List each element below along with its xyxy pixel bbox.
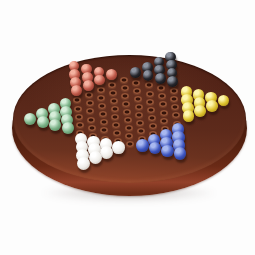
board-hole[interactable] bbox=[86, 100, 94, 106]
board-hole[interactable] bbox=[100, 127, 108, 133]
board-hole[interactable] bbox=[159, 101, 167, 107]
board-hole[interactable] bbox=[158, 93, 166, 99]
board-hole[interactable] bbox=[99, 111, 107, 117]
board-hole[interactable] bbox=[125, 133, 133, 139]
chinese-checkers-board-photo bbox=[0, 0, 255, 255]
board-hole[interactable] bbox=[100, 119, 108, 125]
board-hole[interactable] bbox=[76, 122, 84, 128]
marble-red[interactable] bbox=[71, 85, 82, 96]
board-hole[interactable] bbox=[137, 128, 145, 134]
marble-white[interactable] bbox=[89, 151, 102, 164]
board-hole[interactable] bbox=[120, 77, 128, 83]
board-hole[interactable] bbox=[124, 117, 132, 123]
marble-red[interactable] bbox=[83, 80, 94, 91]
board-hole[interactable] bbox=[171, 104, 179, 110]
board-hole[interactable] bbox=[134, 96, 142, 102]
board-hole[interactable] bbox=[108, 82, 116, 88]
marble-yellow[interactable] bbox=[206, 100, 218, 112]
board-hole[interactable] bbox=[97, 87, 105, 93]
board-hole[interactable] bbox=[113, 130, 121, 136]
board-hole[interactable] bbox=[86, 108, 94, 114]
marble-blue[interactable] bbox=[161, 145, 174, 158]
board-hole[interactable] bbox=[111, 114, 119, 120]
board-hole[interactable] bbox=[121, 93, 129, 99]
marble-black[interactable] bbox=[155, 73, 166, 84]
board-hole[interactable] bbox=[73, 97, 81, 103]
board-hole[interactable] bbox=[170, 88, 178, 94]
board-hole[interactable] bbox=[98, 103, 106, 109]
board-hole[interactable] bbox=[110, 98, 118, 104]
marble-green[interactable] bbox=[37, 116, 49, 128]
board-hole[interactable] bbox=[111, 106, 119, 112]
marble-blue[interactable] bbox=[136, 139, 149, 152]
marble-green[interactable] bbox=[49, 119, 61, 131]
board-hole[interactable] bbox=[88, 125, 96, 131]
marble-black[interactable] bbox=[143, 70, 154, 81]
board-hole[interactable] bbox=[126, 141, 134, 147]
marble-white[interactable] bbox=[112, 141, 125, 154]
board-hole[interactable] bbox=[112, 122, 120, 128]
marble-white[interactable] bbox=[100, 146, 113, 159]
board-hole[interactable] bbox=[125, 125, 133, 131]
marble-green[interactable] bbox=[62, 122, 74, 134]
marble-blue[interactable] bbox=[174, 147, 187, 160]
board-hole[interactable] bbox=[109, 90, 117, 96]
board-hole[interactable] bbox=[133, 88, 141, 94]
board-hole[interactable] bbox=[74, 106, 82, 112]
board-hole[interactable] bbox=[135, 112, 143, 118]
marble-black[interactable] bbox=[130, 67, 141, 78]
board-hole[interactable] bbox=[132, 80, 140, 86]
board-hole[interactable] bbox=[147, 107, 155, 113]
marble-black[interactable] bbox=[167, 76, 178, 87]
board-hole[interactable] bbox=[85, 92, 93, 98]
board-hole[interactable] bbox=[157, 85, 165, 91]
board-hole[interactable] bbox=[136, 120, 144, 126]
board-hole[interactable] bbox=[149, 123, 157, 129]
marble-yellow[interactable] bbox=[194, 105, 206, 117]
marble-red[interactable] bbox=[94, 75, 105, 86]
board-hole[interactable] bbox=[146, 91, 154, 97]
board-hole[interactable] bbox=[123, 109, 131, 115]
board-hole[interactable] bbox=[160, 110, 168, 116]
marble-yellow[interactable] bbox=[183, 110, 195, 122]
board-hole[interactable] bbox=[122, 101, 130, 107]
board-hole[interactable] bbox=[148, 115, 156, 121]
board-hole[interactable] bbox=[135, 104, 143, 110]
board-hole[interactable] bbox=[75, 114, 83, 120]
board-hole[interactable] bbox=[160, 118, 168, 124]
board-hole[interactable] bbox=[87, 117, 95, 123]
board-hole[interactable] bbox=[145, 82, 153, 88]
marble-white[interactable] bbox=[77, 157, 90, 170]
board-hole[interactable] bbox=[172, 112, 180, 118]
marble-yellow[interactable] bbox=[218, 95, 229, 106]
board-hole[interactable] bbox=[121, 85, 129, 91]
board-hole[interactable] bbox=[97, 95, 105, 101]
board-cells bbox=[0, 0, 255, 255]
marble-red[interactable] bbox=[106, 69, 117, 80]
board-hole[interactable] bbox=[146, 99, 154, 105]
board-hole[interactable] bbox=[170, 96, 178, 102]
marble-blue[interactable] bbox=[149, 142, 162, 155]
marble-green[interactable] bbox=[24, 113, 36, 125]
